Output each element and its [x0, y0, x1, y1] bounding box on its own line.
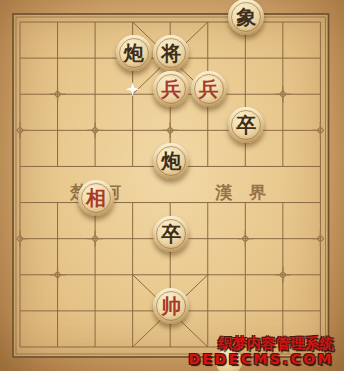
watermark-text-cn: 织梦内容管理系统	[188, 335, 334, 351]
red-soldier-glyph: 兵	[199, 79, 219, 99]
red-soldier[interactable]: 兵	[191, 71, 227, 107]
black-soldier[interactable]: 卒	[153, 216, 189, 252]
red-elephant[interactable]: 相	[78, 180, 114, 216]
river-label-right: 漢界	[215, 181, 283, 204]
red-general[interactable]: 帅	[153, 288, 189, 324]
black-soldier-glyph: 卒	[161, 224, 181, 244]
black-soldier-glyph: 卒	[236, 115, 256, 135]
black-general-glyph: 将	[161, 43, 181, 63]
red-general-glyph: 帅	[161, 296, 181, 316]
red-elephant-glyph: 相	[86, 188, 106, 208]
black-cannon-glyph: 炮	[124, 43, 144, 63]
xiangqi-app: 楚河 漢界 象炮将兵兵卒炮相卒帅 织梦内容管理系统 DEDECMS.COM	[0, 0, 344, 371]
watermark: 织梦内容管理系统 DEDECMS.COM	[188, 335, 334, 367]
black-cannon[interactable]: 炮	[116, 35, 152, 71]
red-soldier-glyph: 兵	[161, 79, 181, 99]
black-elephant-glyph: 象	[236, 7, 256, 27]
watermark-text-en: DEDECMS.COM	[188, 351, 334, 367]
black-cannon-glyph: 炮	[161, 151, 181, 171]
